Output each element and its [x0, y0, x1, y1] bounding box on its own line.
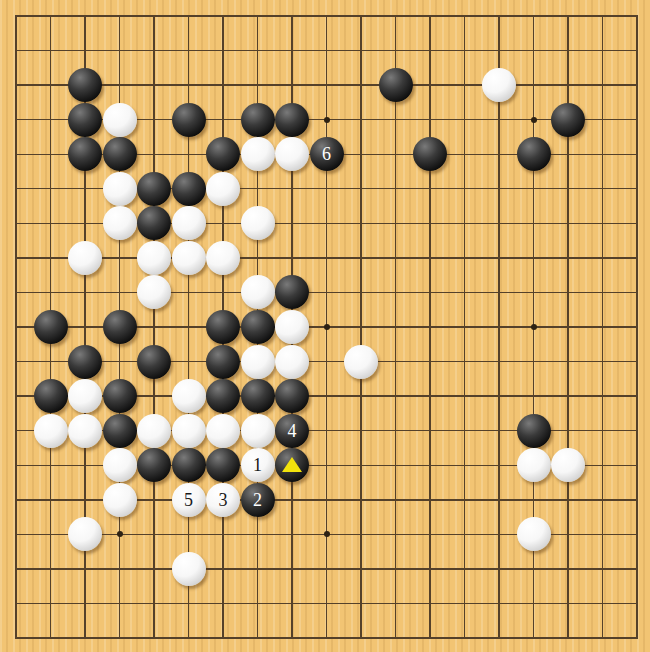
stone-black — [137, 448, 171, 482]
stone-white — [172, 206, 206, 240]
stone-white — [241, 206, 275, 240]
stone-black — [206, 310, 240, 344]
star-point — [117, 531, 123, 537]
stone-white — [68, 241, 102, 275]
stone-black — [172, 103, 206, 137]
stone-black — [34, 310, 68, 344]
stone-black — [206, 448, 240, 482]
stone-black: 4 — [275, 414, 309, 448]
stone-white — [482, 68, 516, 102]
stone-white — [172, 552, 206, 586]
stone-black — [517, 414, 551, 448]
stone-black — [103, 414, 137, 448]
stone-black — [68, 103, 102, 137]
grid-horizontal-line — [15, 568, 638, 569]
stone-white — [206, 172, 240, 206]
stone-white — [172, 241, 206, 275]
stone-white — [103, 103, 137, 137]
stone-white — [137, 241, 171, 275]
stone-white — [68, 517, 102, 551]
stone-white — [68, 379, 102, 413]
go-board[interactable]: 641532 — [0, 0, 650, 652]
triangle-marker-icon — [282, 457, 302, 472]
star-point — [324, 117, 330, 123]
stone-white — [206, 241, 240, 275]
stone-white — [275, 137, 309, 171]
star-point — [531, 117, 537, 123]
stone-black — [172, 448, 206, 482]
stone-white — [172, 414, 206, 448]
stone-black — [275, 379, 309, 413]
star-point — [324, 324, 330, 330]
stone-black — [206, 137, 240, 171]
stone-white — [551, 448, 585, 482]
stone-black — [206, 345, 240, 379]
stone-black — [275, 275, 309, 309]
stone-white — [241, 345, 275, 379]
grid-horizontal-line — [15, 603, 638, 604]
stone-white — [34, 414, 68, 448]
stone-white — [137, 414, 171, 448]
stone-white — [344, 345, 378, 379]
stone-white — [103, 206, 137, 240]
stone-black — [275, 103, 309, 137]
stone-black — [68, 345, 102, 379]
stone-black — [137, 172, 171, 206]
stone-black — [206, 379, 240, 413]
stone-black — [551, 103, 585, 137]
stone-white: 3 — [206, 483, 240, 517]
stone-black — [103, 310, 137, 344]
stone-black: 2 — [241, 483, 275, 517]
move-number-label: 1 — [253, 456, 262, 474]
grid-horizontal-line — [15, 292, 638, 293]
stone-black — [68, 68, 102, 102]
stone-white — [275, 310, 309, 344]
grid-horizontal-line — [15, 84, 638, 85]
stone-black: 6 — [310, 137, 344, 171]
stone-white — [517, 517, 551, 551]
stone-black — [68, 137, 102, 171]
move-number-label: 2 — [253, 491, 262, 509]
stone-black — [34, 379, 68, 413]
grid-horizontal-line — [15, 15, 638, 17]
stone-white — [103, 448, 137, 482]
grid-horizontal-line — [15, 637, 638, 639]
stone-white — [275, 345, 309, 379]
grid-horizontal-line — [15, 257, 638, 258]
stone-white — [206, 414, 240, 448]
move-number-label: 5 — [184, 491, 193, 509]
move-number-label: 4 — [288, 422, 297, 440]
stone-black — [517, 137, 551, 171]
stone-black — [103, 379, 137, 413]
stone-white — [103, 172, 137, 206]
stone-black — [241, 103, 275, 137]
stone-black — [413, 137, 447, 171]
stone-white — [172, 379, 206, 413]
star-point — [324, 531, 330, 537]
star-point — [531, 324, 537, 330]
stone-black — [241, 379, 275, 413]
stone-white — [241, 275, 275, 309]
stone-black — [379, 68, 413, 102]
stone-white — [68, 414, 102, 448]
stone-white — [241, 414, 275, 448]
move-number-label: 6 — [322, 145, 331, 163]
grid-horizontal-line — [15, 50, 638, 51]
stone-white: 5 — [172, 483, 206, 517]
stone-white — [517, 448, 551, 482]
stone-black — [137, 345, 171, 379]
stone-white: 1 — [241, 448, 275, 482]
stone-black — [137, 206, 171, 240]
stone-black — [172, 172, 206, 206]
move-number-label: 3 — [219, 491, 228, 509]
stone-white — [103, 483, 137, 517]
stone-black — [275, 448, 309, 482]
stone-black — [103, 137, 137, 171]
stone-black — [241, 310, 275, 344]
stone-white — [241, 137, 275, 171]
stone-white — [137, 275, 171, 309]
grid-horizontal-line — [15, 361, 638, 362]
